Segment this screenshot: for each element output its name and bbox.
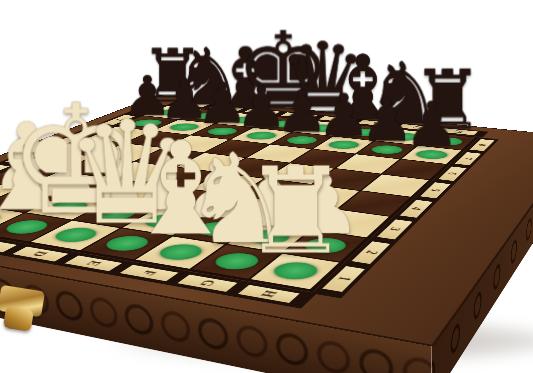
chess-board: AABBCCDDEEFFGGHH1122334455667788♜♞♝♚♛♝♞♜… (0, 95, 533, 344)
latch-loop (3, 306, 34, 332)
photo-frame: AABBCCDDEEFFGGHH1122334455667788♜♞♝♚♛♝♞♜… (0, 0, 533, 373)
white-rook-glyph: ♜ (192, 152, 399, 271)
scene: AABBCCDDEEFFGGHH1122334455667788♜♞♝♚♛♝♞♜… (0, 0, 533, 373)
brass-latch-icon (0, 278, 52, 340)
